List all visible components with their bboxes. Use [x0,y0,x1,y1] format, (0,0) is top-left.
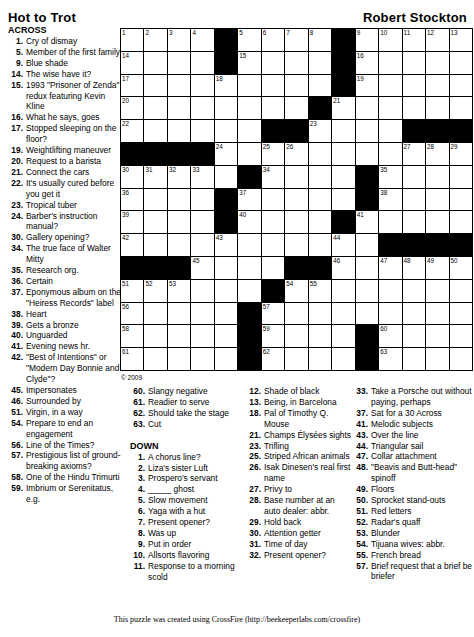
grid-cell-6[interactable]: 6 [262,29,284,51]
clue-across-58: 58.One of the Hindu Trimurti [8,472,122,483]
grid-cell-r3c8[interactable] [285,75,307,97]
grid-cell-r13c11[interactable] [356,303,378,325]
clue-text: Present opener? [145,517,244,528]
grid-cell-black-r8c5 [215,189,237,211]
grid-cell-r8c3[interactable] [168,189,190,211]
grid-cell-r9c9[interactable] [309,211,331,233]
grid-cell-r3c13[interactable] [403,75,425,97]
clue-number: 40. [8,330,23,341]
grid-cell-r14c4[interactable] [191,325,213,347]
clue-number: 37. [8,287,23,309]
bottom-column-2: 12.Shade of black13.Being, in Barcelona1… [246,386,352,561]
grid-cell-r13c13[interactable] [403,303,425,325]
grid-cell-r10c8[interactable] [285,234,307,256]
cell-number: 42 [122,234,129,242]
grid-cell-r14c3[interactable] [168,325,190,347]
grid-cell-black-r5c8 [285,120,307,142]
grid-cell-r3c7[interactable] [262,75,284,97]
grid-cell-r5c3[interactable] [168,120,190,142]
clue-down-49: 49.Floors [353,484,473,495]
cell-number: 8 [310,29,314,37]
grid-cell-54[interactable]: 54 [285,280,307,302]
copyright-notice: © 2009 [121,374,142,381]
grid-cell-13[interactable]: 13 [450,29,472,51]
grid-cell-55[interactable]: 55 [309,280,331,302]
clue-down-28: 28.Base number at an auto dealer: abbr. [246,495,352,517]
puzzle-author: Robert Stockton [363,10,467,25]
clue-across-5: 5.Member of the first family [8,47,122,58]
grid-cell-r2c3[interactable] [168,52,190,74]
grid-cell-48[interactable]: 48 [403,257,425,279]
grid-cell-r4c12[interactable] [379,97,401,119]
clue-number: 44. [353,441,368,452]
grid-cell-r7c9[interactable] [309,166,331,188]
clue-number: 34. [8,243,23,265]
clue-number: 9. [130,539,145,550]
grid-cell-r7c15[interactable] [450,166,472,188]
grid-cell-black-r7c6 [238,166,260,188]
grid-cell-r13c5[interactable] [215,303,237,325]
clue-text: "Best of Intentions" or "Modern Day Bonn… [23,352,122,385]
grid-cell-r11c11[interactable] [356,257,378,279]
cell-number: 32 [169,166,176,174]
grid-cell-r2c14[interactable] [426,52,448,74]
clue-number: 54. [8,418,23,440]
grid-cell-r3c12[interactable] [379,75,401,97]
grid-cell-black-r7c11 [356,166,378,188]
grid-cell-r8c14[interactable] [426,189,448,211]
grid-cell-31[interactable]: 31 [144,166,166,188]
clue-text: Liza's sister Luft [145,463,244,474]
grid-cell-r15c15[interactable] [450,348,472,370]
clue-across-17: 17.Stopped sleeping on the floor? [8,123,122,145]
grid-cell-r12c5[interactable] [215,280,237,302]
grid-cell-black-r9c5 [215,211,237,233]
grid-cell-black-r3c10 [332,75,354,97]
grid-cell-2[interactable]: 2 [144,29,166,51]
clue-across-22: 22.It's usually cured before you get it [8,178,122,200]
grid-cell-r11c7[interactable] [262,257,284,279]
cell-number: 13 [451,29,458,37]
clue-number: 31. [246,539,261,550]
clue-text: Cut [145,419,244,430]
grid-cell-63[interactable]: 63 [379,348,401,370]
clue-text: Allsorts flavoring [145,550,244,561]
grid-cell-r6c6[interactable] [238,143,260,165]
grid-cell-41[interactable]: 41 [356,211,378,233]
grid-cell-r2c13[interactable] [403,52,425,74]
clue-text: The true face of Walter Mitty [23,243,122,265]
grid-cell-11[interactable]: 11 [403,29,425,51]
grid-cell-r7c5[interactable] [215,166,237,188]
grid-cell-r3c2[interactable] [144,75,166,97]
grid-cell-38[interactable]: 38 [379,189,401,211]
clue-number: 41. [8,341,23,352]
grid-cell-52[interactable]: 52 [144,280,166,302]
grid-cell-r10c11[interactable] [356,234,378,256]
clue-number: 10. [130,550,145,561]
grid-cell-28[interactable]: 28 [426,143,448,165]
grid-cell-r10c9[interactable] [309,234,331,256]
grid-cell-r8c7[interactable] [262,189,284,211]
grid-cell-5[interactable]: 5 [238,29,260,51]
clue-text: Should take the stage [145,408,244,419]
grid-cell-r15c4[interactable] [191,348,213,370]
grid-cell-r12c14[interactable] [426,280,448,302]
grid-cell-30[interactable]: 30 [121,166,143,188]
grid-cell-4[interactable]: 4 [191,29,213,51]
grid-cell-r15c2[interactable] [144,348,166,370]
grid-cell-53[interactable]: 53 [168,280,190,302]
grid-cell-r10c2[interactable] [144,234,166,256]
grid-cell-r3c3[interactable] [168,75,190,97]
clue-down-30: 30.Attention getter [246,528,352,539]
clue-across-35: 35.Research org. [8,265,122,276]
grid-cell-r2c4[interactable] [191,52,213,74]
grid-cell-45[interactable]: 45 [191,257,213,279]
grid-cell-r5c4[interactable] [191,120,213,142]
clue-number: 6. [130,506,145,517]
grid-cell-36[interactable]: 36 [121,189,143,211]
grid-cell-59[interactable]: 59 [262,325,284,347]
grid-cell-33[interactable]: 33 [191,166,213,188]
clue-number: 13. [246,397,261,408]
clue-number: 22. [8,178,23,200]
grid-cell-r6c12[interactable] [379,143,401,165]
grid-cell-7[interactable]: 7 [285,29,307,51]
grid-cell-r3c15[interactable] [450,75,472,97]
grid-cell-16[interactable]: 16 [356,52,378,74]
grid-cell-r3c6[interactable] [238,75,260,97]
grid-cell-r14c13[interactable] [403,325,425,347]
clue-text: Present opener? [261,550,352,561]
clue-text: Was up [145,528,244,539]
grid-cell-r4c11[interactable] [356,97,378,119]
clue-down-37: 37.Sat for a 30 Across [353,408,473,419]
clue-number: 35. [8,265,23,276]
grid-cell-r15c9[interactable] [309,348,331,370]
clue-text: Surrounded by [23,396,122,407]
grid-cell-r2c7[interactable] [262,52,284,74]
grid-cell-r12c6[interactable] [238,280,260,302]
grid-cell-black-r12c7 [262,280,284,302]
clue-down-18: 18.Pal of Timothy Q. Mouse [246,408,352,430]
grid-cell-black-r15c6 [238,348,260,370]
cell-number: 61 [122,348,129,356]
grid-cell-r13c14[interactable] [426,303,448,325]
grid-cell-17[interactable]: 17 [121,75,143,97]
grid-cell-r9c13[interactable] [403,211,425,233]
grid-cell-r6c10[interactable] [332,143,354,165]
clue-text: Slangy negative [145,386,244,397]
grid-cell-r8c4[interactable] [191,189,213,211]
grid-cell-r8c9[interactable] [309,189,331,211]
grid-cell-r13c3[interactable] [168,303,190,325]
clue-down-26: 26.Isak Dinesen's real first name [246,462,352,484]
grid-cell-r15c5[interactable] [215,348,237,370]
clue-number: 16. [8,112,23,123]
grid-cell-60[interactable]: 60 [379,325,401,347]
clue-across-56: 56.Line of the Times? [8,440,122,451]
bottom-column-1: 60.Slangy negative61.Readier to serve62.… [130,386,244,583]
clue-down-51: 51.Red letters [353,506,473,517]
grid-cell-r15c8[interactable] [285,348,307,370]
clue-text: Blunder [368,528,473,539]
grid-cell-r14c9[interactable] [309,325,331,347]
grid-cell-34[interactable]: 34 [262,166,284,188]
grid-cell-r13c12[interactable] [379,303,401,325]
grid-cell-r14c15[interactable] [450,325,472,347]
grid-cell-r9c12[interactable] [379,211,401,233]
grid-cell-r4c2[interactable] [144,97,166,119]
grid-cell-25[interactable]: 25 [262,143,284,165]
grid-cell-r13c4[interactable] [191,303,213,325]
clue-text: Unguarded [23,330,122,341]
clue-text: Put in order [145,539,244,550]
grid-cell-r5c10[interactable] [332,120,354,142]
grid-cell-21[interactable]: 21 [332,97,354,119]
grid-cell-r5c11[interactable] [356,120,378,142]
grid-cell-r2c15[interactable] [450,52,472,74]
grid-cell-29[interactable]: 29 [450,143,472,165]
grid-cell-58[interactable]: 58 [121,325,143,347]
clue-number: 1. [8,36,23,47]
grid-cell-r3c9[interactable] [309,75,331,97]
grid-cell-r9c15[interactable] [450,211,472,233]
clue-number: 41. [353,419,368,430]
clue-number: 21. [246,430,261,441]
grid-cell-r4c15[interactable] [450,97,472,119]
clue-text: Hold back [261,517,352,528]
clue-down-21: 21.Champs Élysées sights [246,430,352,441]
clue-text: Impersonates [23,385,122,396]
grid-cell-r12c15[interactable] [450,280,472,302]
clue-text: 1993 "Prisoner of Zenda" redux featuring… [23,80,122,113]
grid-cell-r13c2[interactable] [144,303,166,325]
grid-cell-r13c8[interactable] [285,303,307,325]
clue-down-43: 43.Over the line [353,430,473,441]
grid-cell-r14c10[interactable] [332,325,354,347]
grid-cell-35[interactable]: 35 [379,166,401,188]
grid-cell-r4c13[interactable] [403,97,425,119]
grid-cell-r4c8[interactable] [285,97,307,119]
grid-cell-r8c8[interactable] [285,189,307,211]
grid-cell-43[interactable]: 43 [215,234,237,256]
clue-down-10: 10.Allsorts flavoring [130,550,244,561]
clue-number: 48. [353,462,368,484]
grid-cell-r8c13[interactable] [403,189,425,211]
grid-cell-r6c11[interactable] [356,143,378,165]
clue-text: Over the line [368,430,473,441]
grid-cell-r4c3[interactable] [168,97,190,119]
grid-cell-black-r5c14 [426,120,448,142]
cell-number: 47 [380,257,387,265]
clue-down-3: 3.Prospero's servant [130,473,244,484]
clue-down-48: 48."Beavis and Butt-head" spinoff [353,462,473,484]
grid-cell-r9c8[interactable] [285,211,307,233]
grid-cell-32[interactable]: 32 [168,166,190,188]
grid-cell-27[interactable]: 27 [403,143,425,165]
grid-cell-r14c5[interactable] [215,325,237,347]
grid-cell-3[interactable]: 3 [168,29,190,51]
grid-cell-12[interactable]: 12 [426,29,448,51]
grid-cell-r3c4[interactable] [191,75,213,97]
grid-cell-40[interactable]: 40 [238,211,260,233]
clue-across-38: 38.Heart [8,309,122,320]
grid-cell-56[interactable]: 56 [121,303,143,325]
clue-across-37: 37.Eponymous album on the "Heiress Recor… [8,287,122,309]
grid-cell-r15c10[interactable] [332,348,354,370]
clue-text: Champs Élysées sights [261,430,352,441]
grid-cell-r13c9[interactable] [309,303,331,325]
clue-across-30: 30.Gallery opening? [8,232,122,243]
cell-number: 50 [451,257,458,265]
grid-cell-1[interactable]: 1 [121,29,143,51]
grid-cell-23[interactable]: 23 [309,120,331,142]
clue-across-24: 24.Barber's instruction manual? [8,211,122,233]
grid-cell-black-r4c9 [309,97,331,119]
clue-number: 60. [130,386,145,397]
grid-cell-r14c8[interactable] [285,325,307,347]
grid-cell-r2c2[interactable] [144,52,166,74]
grid-cell-r4c7[interactable] [262,97,284,119]
grid-cell-r12c10[interactable] [332,280,354,302]
clue-down-12: 12.Shade of black [246,386,352,397]
grid-cell-42[interactable]: 42 [121,234,143,256]
grid-cell-19[interactable]: 19 [356,75,378,97]
grid-cell-r11c5[interactable] [215,257,237,279]
grid-cell-r13c15[interactable] [450,303,472,325]
grid-cell-black-r6c1 [121,143,143,165]
grid-cell-18[interactable]: 18 [215,75,237,97]
grid-cell-r8c2[interactable] [144,189,166,211]
grid-cell-r11c6[interactable] [238,257,260,279]
grid-cell-r7c10[interactable] [332,166,354,188]
grid-cell-r15c3[interactable] [168,348,190,370]
clue-number: 14. [8,69,23,80]
grid-cell-r15c13[interactable] [403,348,425,370]
grid-cell-r2c12[interactable] [379,52,401,74]
clue-text: Brief request that a brief be briefer [368,561,473,583]
grid-cell-8[interactable]: 8 [309,29,331,51]
grid-cell-r12c11[interactable] [356,280,378,302]
crossword-grid: 1234567891011121314151617181920212223242… [120,28,473,371]
grid-cell-r4c6[interactable] [238,97,260,119]
clue-down-54: 54.Tijuana wives: abbr. [353,539,473,550]
clue-number: 49. [353,484,368,495]
grid-cell-r12c12[interactable] [379,280,401,302]
grid-cell-r7c8[interactable] [285,166,307,188]
grid-cell-r5c5[interactable] [215,120,237,142]
clue-text: Certain [23,276,122,287]
grid-cell-r7c13[interactable] [403,166,425,188]
clue-number: 50. [353,495,368,506]
grid-cell-39[interactable]: 39 [121,211,143,233]
clue-across-59: 59.Imbrium or Serenitatus, e.g. [8,483,122,505]
grid-cell-14[interactable]: 14 [121,52,143,74]
grid-cell-r10c7[interactable] [262,234,284,256]
grid-cell-r5c6[interactable] [238,120,260,142]
grid-cell-r12c4[interactable] [191,280,213,302]
grid-cell-r15c14[interactable] [426,348,448,370]
grid-cell-r10c4[interactable] [191,234,213,256]
grid-cell-47[interactable]: 47 [379,257,401,279]
grid-cell-50[interactable]: 50 [450,257,472,279]
grid-cell-r2c9[interactable] [309,52,331,74]
clue-text: Red letters [368,506,473,517]
grid-cell-44[interactable]: 44 [332,234,354,256]
grid-cell-22[interactable]: 22 [121,120,143,142]
cell-number: 31 [145,166,152,174]
grid-cell-black-r11c2 [144,257,166,279]
grid-cell-r6c9[interactable] [309,143,331,165]
grid-cell-37[interactable]: 37 [238,189,260,211]
grid-cell-r13c10[interactable] [332,303,354,325]
cell-number: 4 [192,29,196,37]
grid-cell-r4c5[interactable] [215,97,237,119]
clue-across-45: 45.Impersonates [8,385,122,396]
grid-cell-r14c14[interactable] [426,325,448,347]
grid-cell-r9c2[interactable] [144,211,166,233]
grid-cell-r9c3[interactable] [168,211,190,233]
grid-cell-62[interactable]: 62 [262,348,284,370]
cell-number: 28 [427,143,434,151]
grid-cell-46[interactable]: 46 [332,257,354,279]
clue-text: Yaga with a hut [145,506,244,517]
clue-across-1: 1.Cry of dismay [8,36,122,47]
grid-cell-20[interactable]: 20 [121,97,143,119]
grid-cell-r4c14[interactable] [426,97,448,119]
grid-cell-61[interactable]: 61 [121,348,143,370]
grid-cell-black-r6c2 [144,143,166,165]
grid-cell-r5c12[interactable] [379,120,401,142]
clue-number: 7. [130,517,145,528]
clue-number: 30. [8,232,23,243]
grid-cell-57[interactable]: 57 [262,303,284,325]
grid-cell-26[interactable]: 26 [285,143,307,165]
cell-number: 37 [239,189,246,197]
grid-cell-r8c15[interactable] [450,189,472,211]
grid-cell-10[interactable]: 10 [379,29,401,51]
clue-number: 57. [353,561,368,583]
clue-number: 24. [8,211,23,233]
cell-number: 19 [357,75,364,83]
grid-cell-r9c14[interactable] [426,211,448,233]
grid-cell-49[interactable]: 49 [426,257,448,279]
grid-cell-r9c4[interactable] [191,211,213,233]
grid-cell-r9c7[interactable] [262,211,284,233]
clue-down-41: 41.Melodic subjects [353,419,473,430]
grid-cell-r2c8[interactable] [285,52,307,74]
grid-cell-r5c2[interactable] [144,120,166,142]
grid-cell-r3c14[interactable] [426,75,448,97]
grid-cell-9[interactable]: 9 [356,29,378,51]
grid-cell-r14c2[interactable] [144,325,166,347]
grid-cell-black-r14c11 [356,325,378,347]
grid-cell-r12c13[interactable] [403,280,425,302]
grid-cell-r10c6[interactable] [238,234,260,256]
grid-cell-r7c14[interactable] [426,166,448,188]
clue-number: 18. [246,408,261,430]
cell-number: 62 [263,348,270,356]
grid-cell-r10c3[interactable] [168,234,190,256]
grid-cell-black-r11c8 [285,257,307,279]
grid-cell-24[interactable]: 24 [215,143,237,165]
grid-cell-r4c4[interactable] [191,97,213,119]
grid-cell-51[interactable]: 51 [121,280,143,302]
grid-cell-r8c10[interactable] [332,189,354,211]
grid-cell-15[interactable]: 15 [238,52,260,74]
